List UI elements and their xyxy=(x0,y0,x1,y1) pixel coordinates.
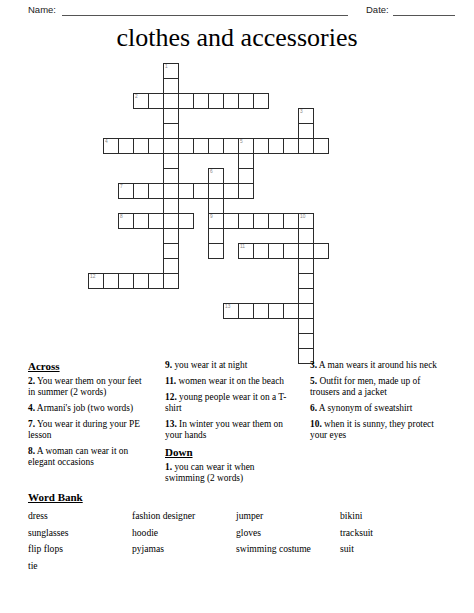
grid-cell-r12c5[interactable] xyxy=(163,243,179,259)
grid-cell-r10c3[interactable] xyxy=(133,213,149,229)
clue-across-12: 12. young people wear it on a T-shirt xyxy=(165,392,295,414)
grid-cell-r5c2[interactable] xyxy=(118,138,134,154)
grid-cell-r2c7[interactable] xyxy=(193,93,209,109)
word-bank-item: suit xyxy=(340,541,373,558)
down-clues-part2: 3. A man wears it around his neck5. Outf… xyxy=(310,360,450,441)
clues-column-3: 3. A man wears it around his neck5. Outf… xyxy=(310,360,450,446)
clue-across-4: 4. Armani's job (two words) xyxy=(28,403,150,414)
date-input-line[interactable] xyxy=(393,2,455,16)
clue-across-13: 13. In winter you wear them on your hand… xyxy=(165,419,295,441)
cell-number-5: 5 xyxy=(240,139,243,144)
grid-cell-r8c8[interactable] xyxy=(208,183,224,199)
grid-cell-r5c7[interactable] xyxy=(193,138,209,154)
clue-down-1: 1. you can wear it when swimming (2 word… xyxy=(165,462,295,484)
down-heading: Down xyxy=(165,446,295,458)
grid-cell-r2c9[interactable] xyxy=(223,93,239,109)
cell-number-10: 10 xyxy=(300,214,305,219)
cell-number-4: 4 xyxy=(105,139,108,144)
cell-number-8: 8 xyxy=(120,214,123,219)
grid-cell-r8c7[interactable] xyxy=(193,183,209,199)
word-bank-column-2: fashion designerhoodiepyjamas xyxy=(132,508,236,574)
grid-cell-r11c8[interactable] xyxy=(208,228,224,244)
grid-cell-r15c14[interactable] xyxy=(298,288,314,304)
grid-cell-r5c3[interactable] xyxy=(133,138,149,154)
across-heading: Across xyxy=(28,360,150,372)
worksheet-title: clothes and accessories xyxy=(0,23,474,53)
grid-cell-r14c3[interactable] xyxy=(133,273,149,289)
clues-column-1: Across 2. You wear them on your feet in … xyxy=(28,360,150,473)
grid-cell-r14c14[interactable] xyxy=(298,273,314,289)
word-bank-column-3: jumperglovesswimming costume xyxy=(236,508,340,574)
clue-across-8: 8. A woman can wear it on elegant occasi… xyxy=(28,446,150,468)
word-bank-item: swimming costume xyxy=(236,541,340,558)
cell-number-7: 7 xyxy=(120,184,123,189)
name-input-line[interactable] xyxy=(62,2,348,16)
word-bank-item: gloves xyxy=(236,525,340,542)
cell-number-6: 6 xyxy=(210,169,213,174)
grid-cell-r5c15[interactable] xyxy=(313,138,329,154)
grid-cell-r12c8[interactable] xyxy=(208,243,224,259)
cell-number-12: 12 xyxy=(90,274,95,279)
grid-cell-r11c14[interactable] xyxy=(298,228,314,244)
grid-cell-r9c8[interactable] xyxy=(208,198,224,214)
grid-cell-r10c10[interactable] xyxy=(238,213,254,229)
clue-across-11: 11. women wear it on the beach xyxy=(165,376,295,387)
date-label: Date: xyxy=(366,4,389,15)
grid-cell-r8c2[interactable]: 7 xyxy=(118,183,134,199)
grid-cell-r11c5[interactable] xyxy=(163,228,179,244)
grid-cell-r7c10[interactable] xyxy=(238,168,254,184)
grid-cell-r5c9[interactable] xyxy=(223,138,239,154)
across-clues-part1: 2. You wear them on your feet in summer … xyxy=(28,376,150,468)
word-bank: Word Bank dresssunglassesflip flopstiefa… xyxy=(28,491,458,574)
clue-across-2: 2. You wear them on your feet in summer … xyxy=(28,376,150,398)
grid-cell-r16c13[interactable] xyxy=(283,303,299,319)
crossword-worksheet-page: Name: Date: clothes and accessories 1234… xyxy=(0,0,474,613)
word-bank-item: hoodie xyxy=(132,525,236,542)
name-label: Name: xyxy=(28,4,56,15)
grid-cell-r4c14[interactable] xyxy=(298,123,314,139)
grid-cell-r0c5[interactable]: 1 xyxy=(163,63,179,79)
across-clues-part2: 9. you wear it at night11. women wear it… xyxy=(165,360,295,441)
cell-number-3: 3 xyxy=(300,109,303,114)
word-bank-column-1: dresssunglassesflip flopstie xyxy=(28,508,132,574)
down-clues-part1: 1. you can wear it when swimming (2 word… xyxy=(165,462,295,484)
grid-cell-r2c4[interactable] xyxy=(148,93,164,109)
grid-cell-r2c6[interactable] xyxy=(178,93,194,109)
grid-cell-r12c11[interactable] xyxy=(253,243,269,259)
grid-cell-r16c9[interactable]: 13 xyxy=(223,303,239,319)
cell-number-2: 2 xyxy=(135,94,138,99)
word-bank-item: pyjamas xyxy=(132,541,236,558)
grid-cell-r2c3[interactable]: 2 xyxy=(133,93,149,109)
grid-cell-r8c3[interactable] xyxy=(133,183,149,199)
grid-cell-r12c13[interactable] xyxy=(283,243,299,259)
crossword-grid: 12345678910111213 xyxy=(88,63,330,365)
word-bank-item: tie xyxy=(28,558,132,575)
clue-across-7: 7. You wear it during your PE lesson xyxy=(28,419,150,441)
word-bank-item: bikini xyxy=(340,508,373,525)
word-bank-item: dress xyxy=(28,508,132,525)
grid-cell-r10c6[interactable] xyxy=(178,213,194,229)
grid-cell-r14c0[interactable]: 12 xyxy=(88,273,104,289)
grid-cell-r12c14[interactable] xyxy=(298,243,314,259)
grid-cell-r10c14[interactable]: 10 xyxy=(298,213,314,229)
grid-cell-r5c13[interactable] xyxy=(283,138,299,154)
grid-cell-r16c10[interactable] xyxy=(238,303,254,319)
grid-cell-r2c5[interactable] xyxy=(163,93,179,109)
grid-cell-r5c11[interactable] xyxy=(253,138,269,154)
grid-cell-r6c5[interactable] xyxy=(163,153,179,169)
grid-cell-r14c5[interactable] xyxy=(163,273,179,289)
clue-down-5: 5. Outfit for men, made up of trousers a… xyxy=(310,376,450,398)
grid-cell-r10c5[interactable] xyxy=(163,213,179,229)
grid-cell-r5c10[interactable]: 5 xyxy=(238,138,254,154)
grid-cell-r10c9[interactable] xyxy=(223,213,239,229)
grid-cell-r14c4[interactable] xyxy=(148,273,164,289)
grid-cell-r12c12[interactable] xyxy=(268,243,284,259)
grid-cell-r13c14[interactable] xyxy=(298,258,314,274)
grid-cell-r8c9[interactable] xyxy=(223,183,239,199)
grid-cell-r12c10[interactable]: 11 xyxy=(238,243,254,259)
grid-cell-r14c2[interactable] xyxy=(118,273,134,289)
word-bank-item: sunglasses xyxy=(28,525,132,542)
clue-down-3: 3. A man wears it around his neck xyxy=(310,360,450,371)
grid-cell-r5c14[interactable] xyxy=(298,138,314,154)
grid-cell-r2c11[interactable] xyxy=(253,93,269,109)
cell-number-9: 9 xyxy=(210,214,213,219)
grid-cell-r3c5[interactable] xyxy=(163,108,179,124)
grid-cell-r10c12[interactable] xyxy=(268,213,284,229)
grid-cell-r8c5[interactable] xyxy=(163,183,179,199)
word-bank-item: tracksuit xyxy=(340,525,373,542)
grid-cell-r16c11[interactable] xyxy=(253,303,269,319)
grid-cell-r1c5[interactable] xyxy=(163,78,179,94)
clue-down-10: 10. when it is sunny, they protect your … xyxy=(310,419,450,441)
word-bank-item: flip flops xyxy=(28,541,132,558)
cell-number-1: 1 xyxy=(165,64,168,69)
grid-cell-r17c14[interactable] xyxy=(298,318,314,334)
grid-cell-r7c8[interactable]: 6 xyxy=(208,168,224,184)
grid-cell-r6c10[interactable] xyxy=(238,153,254,169)
word-bank-heading: Word Bank xyxy=(28,491,458,504)
grid-cell-r12c15[interactable] xyxy=(313,243,329,259)
grid-cell-r5c1[interactable]: 4 xyxy=(103,138,119,154)
grid-cell-r10c11[interactable] xyxy=(253,213,269,229)
cell-number-13: 13 xyxy=(225,304,230,309)
grid-cell-r5c6[interactable] xyxy=(178,138,194,154)
grid-cell-r10c8[interactable]: 9 xyxy=(208,213,224,229)
word-bank-columns: dresssunglassesflip flopstiefashion desi… xyxy=(28,508,458,574)
grid-cell-r10c2[interactable]: 8 xyxy=(118,213,134,229)
grid-cell-r4c5[interactable] xyxy=(163,123,179,139)
grid-cell-r16c14[interactable] xyxy=(298,303,314,319)
clue-across-9: 9. you wear it at night xyxy=(165,360,295,371)
grid-cell-r18c14[interactable] xyxy=(298,333,314,349)
grid-cell-r5c8[interactable] xyxy=(208,138,224,154)
grid-cell-r9c5[interactable] xyxy=(163,198,179,214)
cell-number-11: 11 xyxy=(240,244,245,249)
grid-cell-r8c4[interactable] xyxy=(148,183,164,199)
word-bank-item: jumper xyxy=(236,508,340,525)
word-bank-column-4: bikinitracksuitsuit xyxy=(340,508,373,574)
grid-cell-r2c8[interactable] xyxy=(208,93,224,109)
grid-cell-r5c12[interactable] xyxy=(268,138,284,154)
grid-cell-r5c5[interactable] xyxy=(163,138,179,154)
grid-cell-r8c10[interactable] xyxy=(238,183,254,199)
grid-cell-r16c12[interactable] xyxy=(268,303,284,319)
grid-cell-r5c4[interactable] xyxy=(148,138,164,154)
grid-cell-r8c6[interactable] xyxy=(178,183,194,199)
word-bank-item: fashion designer xyxy=(132,508,236,525)
grid-cell-r2c10[interactable] xyxy=(238,93,254,109)
grid-cell-r10c4[interactable] xyxy=(148,213,164,229)
clues-column-2: 9. you wear it at night11. women wear it… xyxy=(165,360,295,489)
grid-cell-r13c5[interactable] xyxy=(163,258,179,274)
clue-down-6: 6. A synonym of sweatshirt xyxy=(310,403,450,414)
grid-cell-r3c14[interactable]: 3 xyxy=(298,108,314,124)
grid-cell-r7c5[interactable] xyxy=(163,168,179,184)
grid-cell-r14c1[interactable] xyxy=(103,273,119,289)
grid-cell-r10c13[interactable] xyxy=(283,213,299,229)
